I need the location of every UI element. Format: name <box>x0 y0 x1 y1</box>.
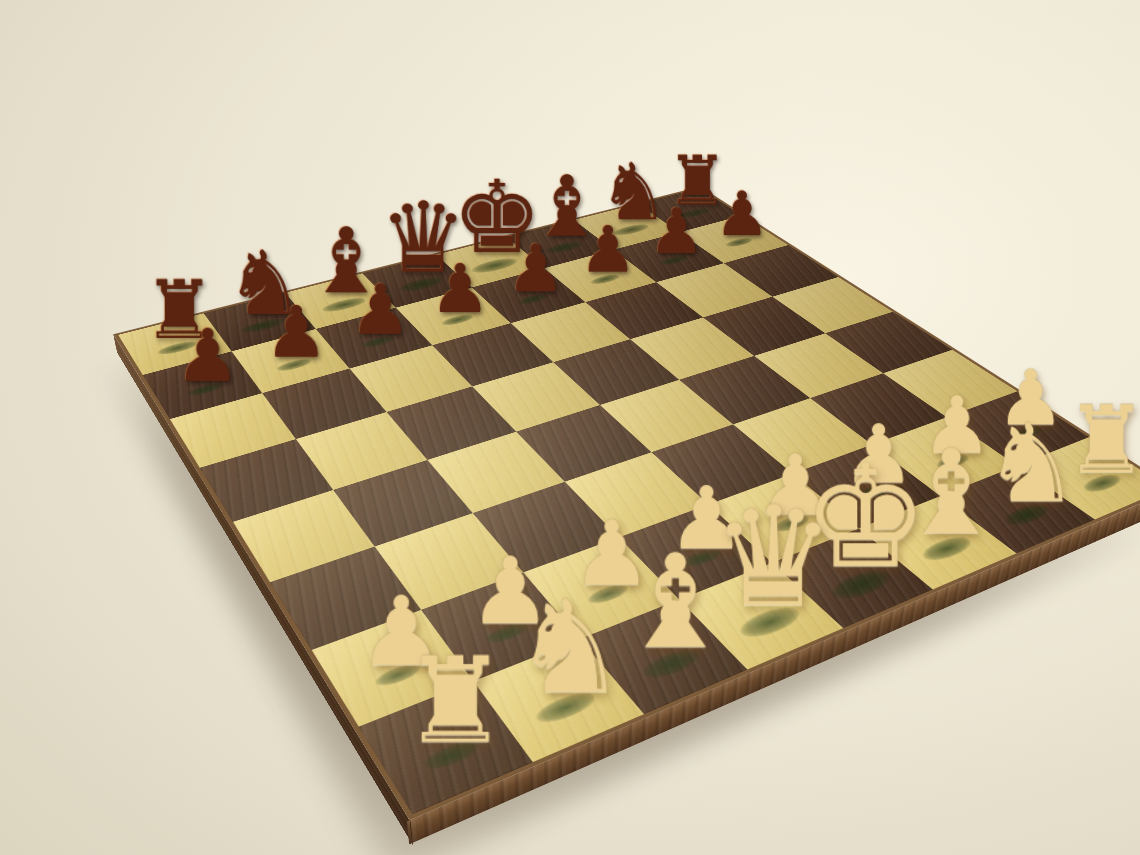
black-pawn-icon: ♟ <box>430 255 490 322</box>
black-pawn-icon: ♟ <box>349 275 411 344</box>
white-bishop-icon: ♝ <box>617 538 733 668</box>
white-rook-icon: ♜ <box>402 641 509 760</box>
black-pawn-icon: ♟ <box>579 217 636 281</box>
scene: ♜♞♝♛♚♝♞♜♟♟♟♟♟♟♟♟♟♟♟♟♟♟♟♟♜♞♝♛♚♝♞♜ <box>0 0 1140 855</box>
black-pawn-icon: ♟ <box>264 296 328 367</box>
black-pawn-icon: ♟ <box>648 200 704 263</box>
black-pawn-icon: ♟ <box>506 236 565 302</box>
black-pawn-icon: ♟ <box>175 319 240 392</box>
black-pawn-icon: ♟ <box>714 183 769 244</box>
white-knight-icon: ♞ <box>511 583 627 712</box>
chess-board: ♜♞♝♛♚♝♞♜♟♟♟♟♟♟♟♟♟♟♟♟♟♟♟♟♜♞♝♛♚♝♞♜ <box>113 187 1140 821</box>
pieces-layer: ♜♞♝♛♚♝♞♜♟♟♟♟♟♟♟♟♟♟♟♟♟♟♟♟♜♞♝♛♚♝♞♜ <box>118 188 1140 814</box>
